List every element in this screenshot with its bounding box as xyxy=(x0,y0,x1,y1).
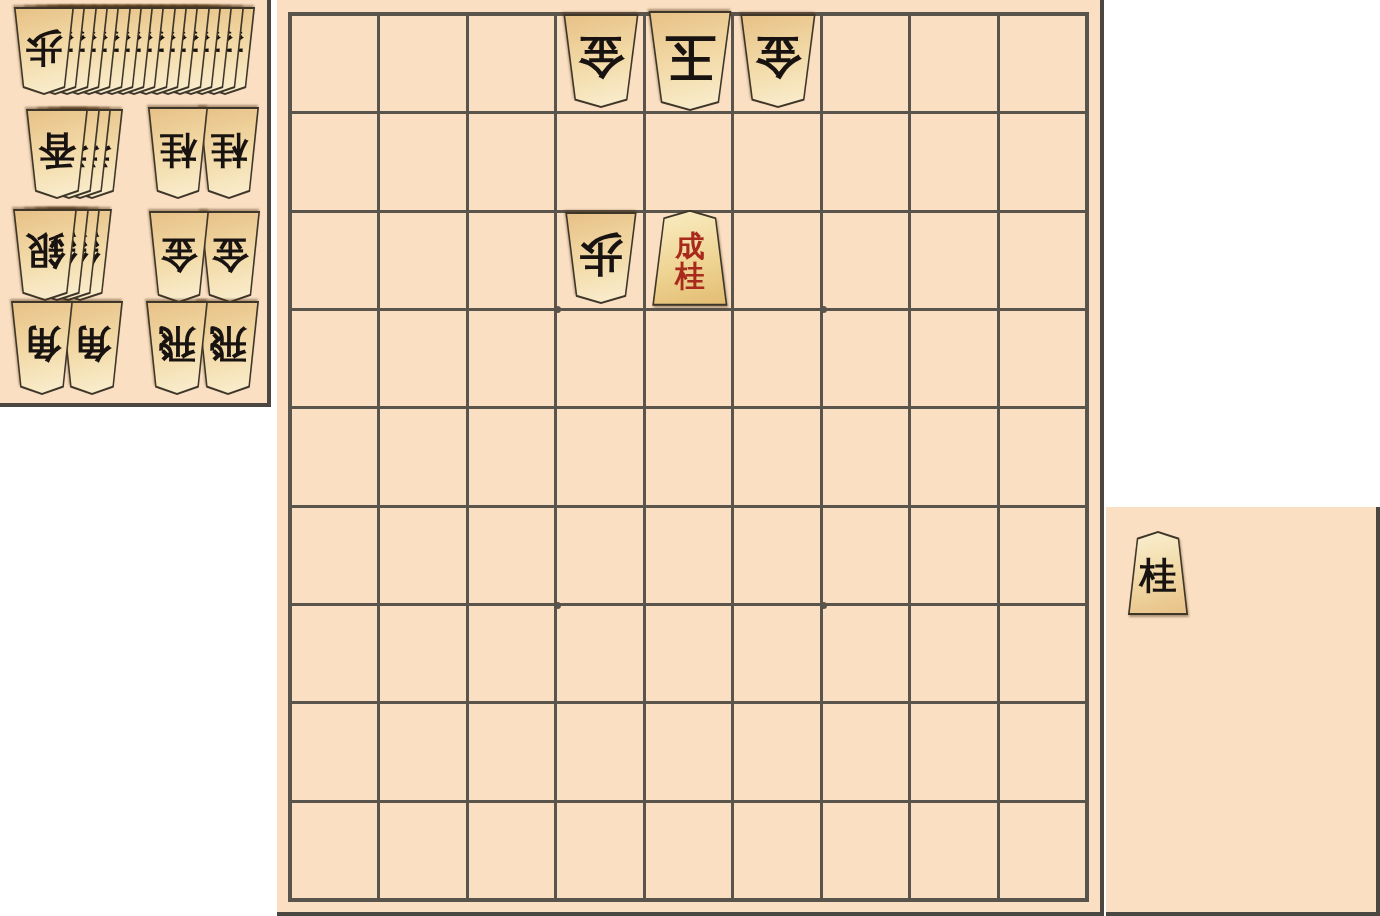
koma-kanji: 香 xyxy=(24,111,90,191)
square-4h[interactable] xyxy=(734,704,819,799)
hoshi-dot xyxy=(554,602,561,609)
square-7a[interactable] xyxy=(469,16,554,111)
piece-silver-gote[interactable]: 銀 xyxy=(11,209,79,301)
piece-king-gote[interactable]: 玉 xyxy=(646,11,734,111)
square-5h[interactable] xyxy=(646,704,731,799)
piece-gold-gote[interactable]: 金 xyxy=(561,14,641,108)
koma-kanji: 成桂 xyxy=(650,218,730,303)
kanji-char: 桂 xyxy=(1139,557,1176,595)
square-2c[interactable] xyxy=(911,213,996,308)
koma-kanji: 金 xyxy=(561,16,641,100)
square-6f[interactable] xyxy=(557,508,642,603)
piece-promoted-knight-sente[interactable]: 成桂 xyxy=(650,210,730,306)
square-2a[interactable] xyxy=(911,16,996,111)
square-3c[interactable] xyxy=(823,213,908,308)
piece-knight-sente[interactable]: 桂 xyxy=(1126,531,1190,615)
square-4d[interactable] xyxy=(734,311,819,406)
koma-kanji: 銀 xyxy=(11,211,79,293)
kanji-char: 角 xyxy=(73,325,111,364)
square-2g[interactable] xyxy=(911,606,996,701)
shogi-board: 金玉金歩成桂 xyxy=(277,0,1104,916)
board-grid xyxy=(288,12,1089,902)
piece-gold-gote[interactable]: 金 xyxy=(738,14,818,108)
square-2d[interactable] xyxy=(911,311,996,406)
square-5b[interactable] xyxy=(646,114,731,209)
gote-hand-tray: 歩歩歩歩歩歩歩歩歩歩歩歩歩歩歩歩歩香香香香桂桂銀銀銀銀金金角角飛飛 xyxy=(0,0,271,407)
square-9c[interactable] xyxy=(292,213,377,308)
square-3h[interactable] xyxy=(823,704,908,799)
square-9b[interactable] xyxy=(292,114,377,209)
kanji-char: 成 xyxy=(675,231,705,261)
square-1a[interactable] xyxy=(1000,16,1085,111)
kanji-char: 角 xyxy=(23,325,61,364)
piece-knight-gote[interactable]: 桂 xyxy=(146,107,210,199)
kanji-char: 金 xyxy=(211,235,248,273)
square-9d[interactable] xyxy=(292,311,377,406)
square-1b[interactable] xyxy=(1000,114,1085,209)
koma-kanji: 飛 xyxy=(144,303,210,387)
square-6i[interactable] xyxy=(557,803,642,898)
sente-hand-tray: 桂 xyxy=(1106,507,1380,916)
square-5i[interactable] xyxy=(646,803,731,898)
square-6g[interactable] xyxy=(557,606,642,701)
kanji-char: 歩 xyxy=(579,232,623,277)
kanji-char: 桂 xyxy=(675,261,705,291)
koma-kanji: 玉 xyxy=(646,13,734,102)
square-7g[interactable] xyxy=(469,606,554,701)
kanji-char: 桂 xyxy=(210,131,247,169)
square-1h[interactable] xyxy=(1000,704,1085,799)
hoshi-dot xyxy=(820,306,827,313)
kanji-char: 玉 xyxy=(664,32,715,84)
square-1i[interactable] xyxy=(1000,803,1085,898)
square-5e[interactable] xyxy=(646,409,731,504)
square-2b[interactable] xyxy=(911,114,996,209)
square-5f[interactable] xyxy=(646,508,731,603)
koma-kanji: 歩 xyxy=(563,214,639,296)
square-9h[interactable] xyxy=(292,704,377,799)
square-3a[interactable] xyxy=(823,16,908,111)
piece-gold-gote[interactable]: 金 xyxy=(147,211,211,303)
square-7c[interactable] xyxy=(469,213,554,308)
square-8b[interactable] xyxy=(380,114,465,209)
square-1g[interactable] xyxy=(1000,606,1085,701)
square-2h[interactable] xyxy=(911,704,996,799)
koma-kanji: 角 xyxy=(9,303,75,387)
square-1c[interactable] xyxy=(1000,213,1085,308)
square-6h[interactable] xyxy=(557,704,642,799)
square-4e[interactable] xyxy=(734,409,819,504)
square-3e[interactable] xyxy=(823,409,908,504)
square-7h[interactable] xyxy=(469,704,554,799)
square-3i[interactable] xyxy=(823,803,908,898)
kanji-char: 銀 xyxy=(25,232,64,272)
square-9g[interactable] xyxy=(292,606,377,701)
koma-kanji: 金 xyxy=(738,16,818,100)
square-4g[interactable] xyxy=(734,606,819,701)
square-8a[interactable] xyxy=(380,16,465,111)
square-7b[interactable] xyxy=(469,114,554,209)
square-9f[interactable] xyxy=(292,508,377,603)
square-7e[interactable] xyxy=(469,409,554,504)
hoshi-dot xyxy=(820,602,827,609)
square-3f[interactable] xyxy=(823,508,908,603)
kanji-char: 飛 xyxy=(209,325,247,364)
kanji-char: 金 xyxy=(578,34,624,81)
square-3b[interactable] xyxy=(823,114,908,209)
square-2i[interactable] xyxy=(911,803,996,898)
kanji-char: 金 xyxy=(755,34,801,81)
square-6e[interactable] xyxy=(557,409,642,504)
square-1f[interactable] xyxy=(1000,508,1085,603)
kanji-char: 飛 xyxy=(158,325,196,364)
square-6d[interactable] xyxy=(557,311,642,406)
square-2e[interactable] xyxy=(911,409,996,504)
piece-pawn-gote[interactable]: 歩 xyxy=(12,7,76,95)
piece-rook-gote[interactable]: 飛 xyxy=(144,301,210,395)
square-8i[interactable] xyxy=(380,803,465,898)
square-8e[interactable] xyxy=(380,409,465,504)
shogi-diagram: 歩歩歩歩歩歩歩歩歩歩歩歩歩歩歩歩歩香香香香桂桂銀銀銀銀金金角角飛飛 金玉金歩成桂… xyxy=(0,0,1380,916)
koma-kanji: 桂 xyxy=(146,109,210,191)
square-6b[interactable] xyxy=(557,114,642,209)
square-7f[interactable] xyxy=(469,508,554,603)
square-9a[interactable] xyxy=(292,16,377,111)
square-9e[interactable] xyxy=(292,409,377,504)
piece-lance-gote[interactable]: 香 xyxy=(24,109,90,199)
square-4f[interactable] xyxy=(734,508,819,603)
square-5g[interactable] xyxy=(646,606,731,701)
kanji-char: 香 xyxy=(38,131,76,170)
square-8f[interactable] xyxy=(380,508,465,603)
piece-pawn-gote[interactable]: 歩 xyxy=(563,212,639,304)
koma-kanji: 歩 xyxy=(12,9,76,87)
square-8g[interactable] xyxy=(380,606,465,701)
hoshi-dot xyxy=(554,306,561,313)
square-4c[interactable] xyxy=(734,213,819,308)
kanji-char: 歩 xyxy=(25,29,62,67)
square-1d[interactable] xyxy=(1000,311,1085,406)
square-2f[interactable] xyxy=(911,508,996,603)
kanji-char: 桂 xyxy=(159,131,196,169)
square-1e[interactable] xyxy=(1000,409,1085,504)
square-8c[interactable] xyxy=(380,213,465,308)
square-5d[interactable] xyxy=(646,311,731,406)
square-4i[interactable] xyxy=(734,803,819,898)
square-3d[interactable] xyxy=(823,311,908,406)
piece-bishop-gote[interactable]: 角 xyxy=(9,301,75,395)
koma-kanji: 桂 xyxy=(1126,539,1190,614)
square-8h[interactable] xyxy=(380,704,465,799)
square-4b[interactable] xyxy=(734,114,819,209)
square-7i[interactable] xyxy=(469,803,554,898)
square-9i[interactable] xyxy=(292,803,377,898)
square-8d[interactable] xyxy=(380,311,465,406)
kanji-char: 金 xyxy=(160,235,197,273)
square-3g[interactable] xyxy=(823,606,908,701)
square-7d[interactable] xyxy=(469,311,554,406)
koma-kanji: 金 xyxy=(147,213,211,295)
